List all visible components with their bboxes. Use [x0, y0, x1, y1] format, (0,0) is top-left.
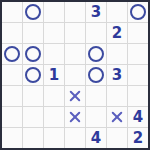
cell-r5c1[interactable] — [23, 107, 43, 127]
circle-mark — [4, 46, 20, 62]
clue-number: 1 — [49, 67, 59, 82]
cell-r3c3[interactable] — [65, 65, 85, 85]
cell-r6c4: 4 — [86, 128, 106, 148]
cell-r2c5[interactable] — [107, 44, 127, 64]
cell-r3c6[interactable] — [128, 65, 148, 85]
cell-r2c1[interactable] — [23, 44, 43, 64]
circle-mark — [88, 67, 104, 83]
clue-number: 2 — [133, 130, 143, 145]
cell-r3c4[interactable] — [86, 65, 106, 85]
cell-r5c0[interactable] — [2, 107, 22, 127]
cell-r5c3[interactable] — [65, 107, 85, 127]
cell-r4c6[interactable] — [128, 86, 148, 106]
circle-mark — [25, 4, 41, 20]
cell-r6c3[interactable] — [65, 128, 85, 148]
cell-r4c1[interactable] — [23, 86, 43, 106]
cell-r4c3[interactable] — [65, 86, 85, 106]
cell-r2c4[interactable] — [86, 44, 106, 64]
puzzle-board: 3213442 — [0, 0, 150, 150]
cell-r1c2[interactable] — [44, 23, 64, 43]
cell-r3c2: 1 — [44, 65, 64, 85]
cell-r0c4: 3 — [86, 2, 106, 22]
cell-r0c3[interactable] — [65, 2, 85, 22]
cell-r6c0[interactable] — [2, 128, 22, 148]
cell-r1c0[interactable] — [2, 23, 22, 43]
circle-mark — [88, 46, 104, 62]
cell-r5c6: 4 — [128, 107, 148, 127]
cell-r4c5[interactable] — [107, 86, 127, 106]
cell-r5c4[interactable] — [86, 107, 106, 127]
clue-number: 4 — [133, 109, 143, 124]
cell-r0c2[interactable] — [44, 2, 64, 22]
cell-r3c5: 3 — [107, 65, 127, 85]
x-mark — [69, 90, 81, 102]
cell-r1c3[interactable] — [65, 23, 85, 43]
circle-mark — [25, 67, 41, 83]
clue-number: 3 — [112, 67, 122, 82]
x-mark — [69, 111, 81, 123]
cell-r1c5: 2 — [107, 23, 127, 43]
x-mark — [111, 111, 123, 123]
cell-r1c6[interactable] — [128, 23, 148, 43]
cell-r0c6[interactable] — [128, 2, 148, 22]
cell-r0c1[interactable] — [23, 2, 43, 22]
circle-mark — [130, 4, 146, 20]
cell-r2c6[interactable] — [128, 44, 148, 64]
cell-r2c3[interactable] — [65, 44, 85, 64]
cell-r6c2[interactable] — [44, 128, 64, 148]
cell-r6c5[interactable] — [107, 128, 127, 148]
cell-r6c1[interactable] — [23, 128, 43, 148]
cell-r6c6: 2 — [128, 128, 148, 148]
puzzle-app: 3213442 — [0, 0, 150, 150]
cell-r0c0[interactable] — [2, 2, 22, 22]
circle-mark — [25, 46, 41, 62]
cell-r4c4[interactable] — [86, 86, 106, 106]
clue-number: 4 — [91, 130, 101, 145]
cell-r0c5[interactable] — [107, 2, 127, 22]
clue-number: 3 — [91, 4, 101, 19]
cell-r2c2[interactable] — [44, 44, 64, 64]
cell-r1c1[interactable] — [23, 23, 43, 43]
cell-r4c0[interactable] — [2, 86, 22, 106]
cell-r2c0[interactable] — [2, 44, 22, 64]
cell-r5c2[interactable] — [44, 107, 64, 127]
cell-r3c0[interactable] — [2, 65, 22, 85]
cell-r1c4[interactable] — [86, 23, 106, 43]
cell-r3c1[interactable] — [23, 65, 43, 85]
cell-r4c2[interactable] — [44, 86, 64, 106]
clue-number: 2 — [112, 25, 122, 40]
cell-r5c5[interactable] — [107, 107, 127, 127]
